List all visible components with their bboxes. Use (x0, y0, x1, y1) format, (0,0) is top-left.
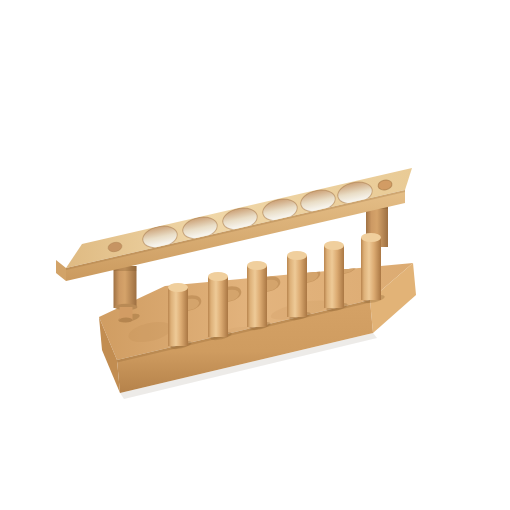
top-board (56, 168, 412, 281)
board-left-end-face (56, 260, 66, 281)
test-tube-rack-photo (0, 0, 510, 510)
board-front-top-edge (66, 190, 405, 270)
photo-canvas (0, 0, 510, 510)
